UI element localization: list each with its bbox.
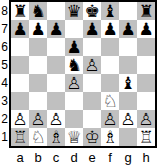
square-c8[interactable] — [47, 2, 65, 20]
rank-labels: 87654321 — [0, 2, 9, 146]
piece-black-rook: ♜ — [12, 2, 27, 20]
square-g8[interactable] — [119, 2, 137, 20]
square-f7[interactable]: ♟ — [101, 20, 119, 38]
square-b3[interactable] — [29, 92, 47, 110]
square-h8[interactable]: ♜ — [137, 2, 155, 20]
square-f8[interactable]: ♝ — [101, 2, 119, 20]
piece-white-pawn: ♙ — [84, 56, 99, 74]
square-e7[interactable]: ♟ — [83, 20, 101, 38]
piece-white-pawn: ♙ — [12, 110, 27, 128]
square-a3[interactable] — [11, 92, 29, 110]
piece-white-bishop: ♗ — [102, 128, 117, 146]
file-label-b: b — [29, 148, 47, 166]
file-label-h: h — [137, 148, 155, 166]
square-h7[interactable]: ♟ — [137, 20, 155, 38]
piece-white-king: ♔ — [84, 128, 99, 146]
square-f1[interactable]: ♗ — [101, 128, 119, 146]
chess-board: ♜♞♛♚♝♜♟♟♟♟♟♟♟♟♞♙♙♝♘♙♙♙♙♙♙♖♘♗♕♔♗♖ — [11, 2, 155, 146]
piece-black-pawn: ♟ — [12, 20, 27, 38]
piece-black-pawn: ♟ — [120, 20, 135, 38]
piece-black-pawn: ♟ — [48, 20, 63, 38]
piece-black-queen: ♛ — [66, 2, 81, 20]
piece-white-pawn: ♙ — [138, 110, 153, 128]
piece-black-pawn: ♟ — [30, 20, 45, 38]
square-h6[interactable] — [137, 38, 155, 56]
square-g2[interactable]: ♙ — [119, 110, 137, 128]
square-d1[interactable]: ♕ — [65, 128, 83, 146]
square-e3[interactable] — [83, 92, 101, 110]
square-a5[interactable] — [11, 56, 29, 74]
piece-black-king: ♚ — [84, 2, 99, 20]
piece-black-pawn: ♟ — [102, 20, 117, 38]
rank-label-8: 8 — [0, 2, 9, 20]
square-d3[interactable] — [65, 92, 83, 110]
square-g7[interactable]: ♟ — [119, 20, 137, 38]
piece-white-pawn: ♙ — [66, 74, 81, 92]
square-a6[interactable] — [11, 38, 29, 56]
piece-white-pawn: ♙ — [30, 110, 45, 128]
rank-label-4: 4 — [0, 74, 9, 92]
square-b4[interactable] — [29, 74, 47, 92]
square-e8[interactable]: ♚ — [83, 2, 101, 20]
piece-black-bishop: ♝ — [102, 2, 117, 20]
square-a4[interactable] — [11, 74, 29, 92]
square-c3[interactable] — [47, 92, 65, 110]
rank-label-7: 7 — [0, 20, 9, 38]
piece-black-knight: ♞ — [66, 56, 81, 74]
piece-white-pawn: ♙ — [102, 110, 117, 128]
file-label-c: c — [47, 148, 65, 166]
square-d5[interactable]: ♞ — [65, 56, 83, 74]
square-d2[interactable] — [65, 110, 83, 128]
piece-white-pawn: ♙ — [120, 110, 135, 128]
file-label-g: g — [119, 148, 137, 166]
chess-diagram: 87654321 ♜♞♛♚♝♜♟♟♟♟♟♟♟♟♞♙♙♝♘♙♙♙♙♙♙♖♘♗♕♔♗… — [0, 0, 162, 167]
square-f3[interactable]: ♘ — [101, 92, 119, 110]
piece-white-bishop: ♗ — [48, 128, 63, 146]
square-d8[interactable]: ♛ — [65, 2, 83, 20]
square-h5[interactable] — [137, 56, 155, 74]
square-g3[interactable] — [119, 92, 137, 110]
square-g1[interactable] — [119, 128, 137, 146]
square-f2[interactable]: ♙ — [101, 110, 119, 128]
rank-label-2: 2 — [0, 110, 9, 128]
square-h4[interactable] — [137, 74, 155, 92]
square-h3[interactable] — [137, 92, 155, 110]
rank-label-5: 5 — [0, 56, 9, 74]
square-a1[interactable]: ♖ — [11, 128, 29, 146]
square-b2[interactable]: ♙ — [29, 110, 47, 128]
square-a8[interactable]: ♜ — [11, 2, 29, 20]
square-e2[interactable] — [83, 110, 101, 128]
square-e6[interactable] — [83, 38, 101, 56]
square-h1[interactable]: ♖ — [137, 128, 155, 146]
piece-black-pawn: ♟ — [138, 20, 153, 38]
piece-black-pawn: ♟ — [66, 38, 81, 56]
piece-white-pawn: ♙ — [48, 110, 63, 128]
square-h2[interactable]: ♙ — [137, 110, 155, 128]
square-b5[interactable] — [29, 56, 47, 74]
file-label-f: f — [101, 148, 119, 166]
square-d4[interactable]: ♙ — [65, 74, 83, 92]
rank-label-1: 1 — [0, 128, 9, 146]
piece-white-queen: ♕ — [66, 128, 81, 146]
square-g4[interactable]: ♝ — [119, 74, 137, 92]
square-e5[interactable]: ♙ — [83, 56, 101, 74]
square-a7[interactable]: ♟ — [11, 20, 29, 38]
piece-black-pawn: ♟ — [84, 20, 99, 38]
square-e4[interactable] — [83, 74, 101, 92]
square-b1[interactable]: ♘ — [29, 128, 47, 146]
square-f6[interactable] — [101, 38, 119, 56]
square-b8[interactable]: ♞ — [29, 2, 47, 20]
piece-black-bishop: ♝ — [120, 74, 135, 92]
piece-white-rook: ♖ — [138, 128, 153, 146]
square-f5[interactable] — [101, 56, 119, 74]
rank-label-6: 6 — [0, 38, 9, 56]
piece-white-rook: ♖ — [12, 128, 27, 146]
square-b7[interactable]: ♟ — [29, 20, 47, 38]
piece-white-knight: ♘ — [102, 92, 117, 110]
square-d6[interactable]: ♟ — [65, 38, 83, 56]
square-a2[interactable]: ♙ — [11, 110, 29, 128]
board-frame: ♜♞♛♚♝♜♟♟♟♟♟♟♟♟♞♙♙♝♘♙♙♙♙♙♙♖♘♗♕♔♗♖ — [9, 0, 157, 148]
piece-black-rook: ♜ — [138, 2, 153, 20]
square-f4[interactable] — [101, 74, 119, 92]
square-c7[interactable]: ♟ — [47, 20, 65, 38]
square-c6[interactable] — [47, 38, 65, 56]
file-labels: abcdefgh — [11, 148, 155, 166]
file-label-d: d — [65, 148, 83, 166]
square-e1[interactable]: ♔ — [83, 128, 101, 146]
square-g5[interactable] — [119, 56, 137, 74]
square-c1[interactable]: ♗ — [47, 128, 65, 146]
piece-white-knight: ♘ — [30, 128, 45, 146]
square-c5[interactable] — [47, 56, 65, 74]
square-b6[interactable] — [29, 38, 47, 56]
piece-black-knight: ♞ — [30, 2, 45, 20]
rank-label-3: 3 — [0, 92, 9, 110]
file-label-e: e — [83, 148, 101, 166]
square-c2[interactable]: ♙ — [47, 110, 65, 128]
square-g6[interactable] — [119, 38, 137, 56]
file-label-a: a — [11, 148, 29, 166]
square-d7[interactable] — [65, 20, 83, 38]
square-c4[interactable] — [47, 74, 65, 92]
